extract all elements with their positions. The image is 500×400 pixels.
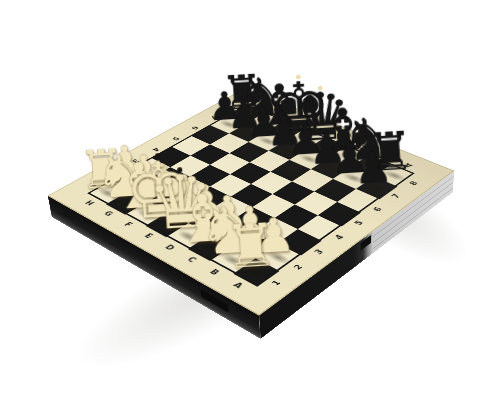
rank-label-5-right: 5 xyxy=(341,213,377,232)
rank-label-4-right: 4 xyxy=(321,227,357,247)
rank-label-7-right: 7 xyxy=(378,187,413,205)
black-pawn-glyph: ♟ xyxy=(326,144,420,192)
white-rook-glyph: ♜ xyxy=(198,213,304,278)
chess-set-product-photo: HGFEDCBA8♜♞♝♚♛♝♞♜87♟♟♟♟♟♟♟♟7665544332♟♟♟… xyxy=(0,0,500,400)
rank-label-6-right: 6 xyxy=(360,200,395,219)
chess-board: HGFEDCBA8♜♞♝♚♛♝♞♜87♟♟♟♟♟♟♟♟7665544332♟♟♟… xyxy=(48,88,455,315)
board-3d-tilt: HGFEDCBA8♜♞♝♚♛♝♞♜87♟♟♟♟♟♟♟♟7665544332♟♟♟… xyxy=(48,88,455,315)
scene: HGFEDCBA8♜♞♝♚♛♝♞♜87♟♟♟♟♟♟♟♟7665544332♟♟♟… xyxy=(0,0,500,400)
